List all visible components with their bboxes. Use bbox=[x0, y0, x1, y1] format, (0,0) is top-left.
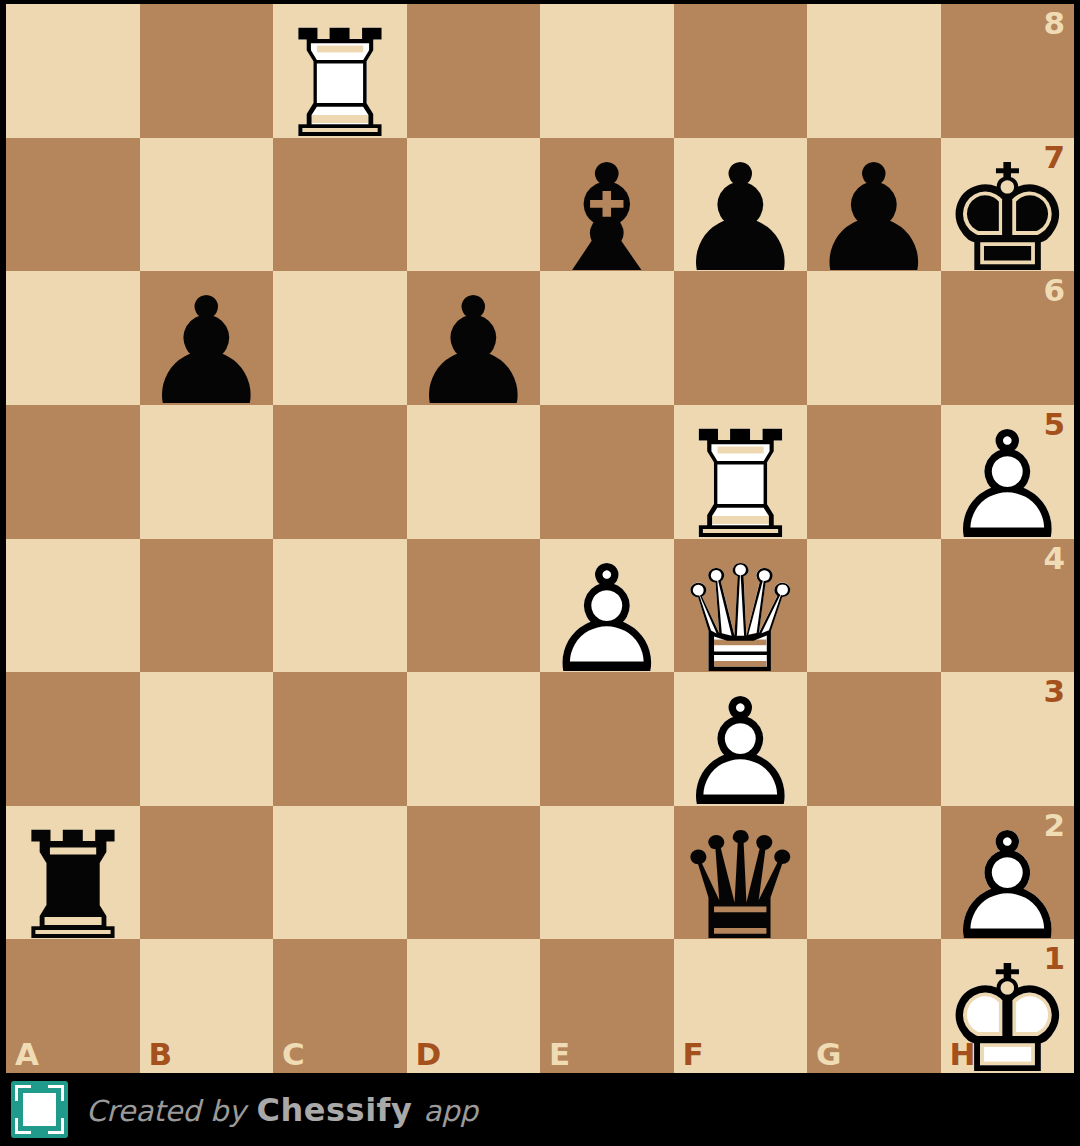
square-a3[interactable] bbox=[6, 672, 140, 806]
black-bishop[interactable]: ♝ bbox=[540, 145, 674, 279]
square-g1[interactable]: G bbox=[807, 939, 941, 1073]
square-a1[interactable]: A bbox=[6, 939, 140, 1073]
white-pawn[interactable]: ♟♙ bbox=[941, 412, 1075, 546]
file-label-d: D bbox=[416, 1037, 442, 1071]
square-c8[interactable]: ♜♖ bbox=[273, 4, 407, 138]
square-a8[interactable] bbox=[6, 4, 140, 138]
square-b3[interactable] bbox=[140, 672, 274, 806]
black-king[interactable]: ♚ bbox=[941, 145, 1075, 279]
white-pawn[interactable]: ♟♙ bbox=[941, 813, 1075, 947]
file-label-a: A bbox=[15, 1037, 39, 1071]
square-h2[interactable]: 2♟♙ bbox=[941, 806, 1075, 940]
square-h3[interactable]: 3 bbox=[941, 672, 1075, 806]
file-label-c: C bbox=[282, 1037, 305, 1071]
white-pawn[interactable]: ♟♙ bbox=[540, 546, 674, 680]
square-g3[interactable] bbox=[807, 672, 941, 806]
square-h1[interactable]: 1H♚♔ bbox=[941, 939, 1075, 1073]
square-f3[interactable]: ♟♙ bbox=[674, 672, 808, 806]
square-b7[interactable] bbox=[140, 138, 274, 272]
square-h4[interactable]: 4 bbox=[941, 539, 1075, 673]
white-pawn[interactable]: ♟♙ bbox=[674, 679, 808, 813]
footer-bar: Created by Chessify app bbox=[0, 1073, 1080, 1146]
rank-label-8: 8 bbox=[1043, 6, 1065, 40]
square-e3[interactable] bbox=[540, 672, 674, 806]
square-b1[interactable]: B bbox=[140, 939, 274, 1073]
square-a7[interactable] bbox=[6, 138, 140, 272]
square-d3[interactable] bbox=[407, 672, 541, 806]
square-f1[interactable]: F bbox=[674, 939, 808, 1073]
square-h5[interactable]: 5♟♙ bbox=[941, 405, 1075, 539]
square-e2[interactable] bbox=[540, 806, 674, 940]
black-pawn[interactable]: ♟ bbox=[674, 145, 808, 279]
square-e6[interactable] bbox=[540, 271, 674, 405]
square-d5[interactable] bbox=[407, 405, 541, 539]
black-rook[interactable]: ♜ bbox=[6, 813, 140, 947]
square-a5[interactable] bbox=[6, 405, 140, 539]
square-d1[interactable]: D bbox=[407, 939, 541, 1073]
square-d8[interactable] bbox=[407, 4, 541, 138]
square-h6[interactable]: 6 bbox=[941, 271, 1075, 405]
square-g6[interactable] bbox=[807, 271, 941, 405]
square-g2[interactable] bbox=[807, 806, 941, 940]
black-pawn[interactable]: ♟ bbox=[140, 278, 274, 412]
square-g8[interactable] bbox=[807, 4, 941, 138]
square-f6[interactable] bbox=[674, 271, 808, 405]
file-label-e: E bbox=[549, 1037, 570, 1071]
white-rook[interactable]: ♜♖ bbox=[273, 11, 407, 145]
square-e8[interactable] bbox=[540, 4, 674, 138]
brand-name: Chessify bbox=[257, 1091, 413, 1129]
app-text: app bbox=[423, 1094, 478, 1128]
rank-label-4: 4 bbox=[1043, 541, 1065, 575]
square-c4[interactable] bbox=[273, 539, 407, 673]
black-pawn[interactable]: ♟ bbox=[807, 145, 941, 279]
chessify-logo-icon bbox=[11, 1081, 68, 1138]
square-c7[interactable] bbox=[273, 138, 407, 272]
white-rook[interactable]: ♜♖ bbox=[674, 412, 808, 546]
square-b8[interactable] bbox=[140, 4, 274, 138]
square-b2[interactable] bbox=[140, 806, 274, 940]
square-d4[interactable] bbox=[407, 539, 541, 673]
logo-checkerboard-icon bbox=[23, 1093, 56, 1126]
square-e5[interactable] bbox=[540, 405, 674, 539]
file-label-g: G bbox=[816, 1037, 841, 1071]
square-d7[interactable] bbox=[407, 138, 541, 272]
square-e7[interactable]: ♝ bbox=[540, 138, 674, 272]
square-a2[interactable]: ♜ bbox=[6, 806, 140, 940]
square-a6[interactable] bbox=[6, 271, 140, 405]
square-b5[interactable] bbox=[140, 405, 274, 539]
square-d2[interactable] bbox=[407, 806, 541, 940]
square-c1[interactable]: C bbox=[273, 939, 407, 1073]
square-c6[interactable] bbox=[273, 271, 407, 405]
square-g4[interactable] bbox=[807, 539, 941, 673]
black-queen[interactable]: ♛ bbox=[674, 813, 808, 947]
square-c5[interactable] bbox=[273, 405, 407, 539]
square-d6[interactable]: ♟ bbox=[407, 271, 541, 405]
square-f7[interactable]: ♟ bbox=[674, 138, 808, 272]
rank-label-3: 3 bbox=[1043, 674, 1065, 708]
square-f5[interactable]: ♜♖ bbox=[674, 405, 808, 539]
black-pawn[interactable]: ♟ bbox=[407, 278, 541, 412]
square-a4[interactable] bbox=[6, 539, 140, 673]
square-h7[interactable]: 7♚ bbox=[941, 138, 1075, 272]
chess-board: ♜♖8♝♟♟7♚♟♟6♜♖5♟♙♟♙♛♕4♟♙3♜♛2♟♙ABCDEFG1H♚♔ bbox=[6, 4, 1074, 1073]
square-e1[interactable]: E bbox=[540, 939, 674, 1073]
square-e4[interactable]: ♟♙ bbox=[540, 539, 674, 673]
square-f4[interactable]: ♛♕ bbox=[674, 539, 808, 673]
square-g5[interactable] bbox=[807, 405, 941, 539]
rank-label-6: 6 bbox=[1043, 273, 1065, 307]
file-label-f: F bbox=[683, 1037, 704, 1071]
white-king[interactable]: ♚♔ bbox=[941, 946, 1075, 1080]
white-queen[interactable]: ♛♕ bbox=[674, 546, 808, 680]
file-label-b: B bbox=[149, 1037, 173, 1071]
footer-credit: Created by Chessify app bbox=[86, 1091, 478, 1129]
square-h8[interactable]: 8 bbox=[941, 4, 1075, 138]
created-by-text: Created by bbox=[86, 1094, 246, 1128]
square-f2[interactable]: ♛ bbox=[674, 806, 808, 940]
square-c2[interactable] bbox=[273, 806, 407, 940]
square-b4[interactable] bbox=[140, 539, 274, 673]
square-b6[interactable]: ♟ bbox=[140, 271, 274, 405]
square-c3[interactable] bbox=[273, 672, 407, 806]
square-f8[interactable] bbox=[674, 4, 808, 138]
square-g7[interactable]: ♟ bbox=[807, 138, 941, 272]
